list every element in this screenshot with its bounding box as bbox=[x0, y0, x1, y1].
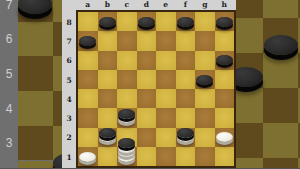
square-f3[interactable] bbox=[176, 108, 196, 127]
rank-label-3: 3 bbox=[62, 114, 76, 123]
file-label-b: b bbox=[105, 0, 110, 10]
rank-label-2: 2 bbox=[62, 133, 76, 142]
square-e6[interactable] bbox=[156, 51, 176, 70]
piece-layer-black bbox=[99, 128, 116, 138]
square-f7[interactable] bbox=[176, 31, 196, 50]
background-square bbox=[298, 123, 300, 158]
square-d7[interactable] bbox=[137, 31, 157, 50]
file-label-d: d bbox=[144, 0, 149, 10]
square-b6[interactable] bbox=[98, 51, 118, 70]
file-label-c: c bbox=[124, 0, 129, 10]
rank-label-6: 6 bbox=[62, 56, 76, 65]
square-g3[interactable] bbox=[195, 108, 215, 127]
background-rank-label: 4 bbox=[0, 102, 18, 116]
square-e3[interactable] bbox=[156, 108, 176, 127]
background-square bbox=[18, 22, 53, 57]
square-b1[interactable] bbox=[98, 147, 118, 166]
rank-label-8: 8 bbox=[62, 17, 76, 26]
background-square bbox=[263, 88, 298, 123]
background-rank-strip: 76543 bbox=[0, 0, 19, 168]
piece-layer-black bbox=[99, 17, 116, 27]
square-b4[interactable] bbox=[98, 89, 118, 108]
square-d4[interactable] bbox=[137, 89, 157, 108]
background-square bbox=[298, 18, 300, 53]
background-rank-label: 7 bbox=[0, 0, 18, 12]
square-f1[interactable] bbox=[176, 147, 196, 166]
rank-label-4: 4 bbox=[62, 94, 76, 103]
square-c7[interactable] bbox=[117, 31, 137, 50]
square-c5[interactable] bbox=[117, 70, 137, 89]
file-labels-strip: abcdefgh bbox=[62, 0, 236, 10]
background-rank-label: 5 bbox=[0, 67, 18, 81]
square-d5[interactable] bbox=[137, 70, 157, 89]
square-f6[interactable] bbox=[176, 51, 196, 70]
square-a8[interactable] bbox=[78, 12, 98, 31]
piece-layer-black bbox=[196, 75, 213, 85]
file-label-a: a bbox=[85, 0, 90, 10]
square-g1[interactable] bbox=[195, 147, 215, 166]
square-a3[interactable] bbox=[78, 108, 98, 127]
square-g8[interactable] bbox=[195, 12, 215, 31]
piece-layer-black bbox=[216, 17, 233, 27]
board-frame bbox=[76, 10, 236, 168]
piece-layer-black bbox=[177, 128, 194, 138]
piece-layer-black bbox=[138, 17, 155, 27]
file-label-e: e bbox=[163, 0, 168, 10]
square-e4[interactable] bbox=[156, 89, 176, 108]
background-square bbox=[263, 53, 298, 88]
background-square bbox=[263, 123, 298, 158]
background-square bbox=[18, 126, 53, 161]
background-square bbox=[298, 158, 300, 168]
square-g7[interactable] bbox=[195, 31, 215, 50]
background-piece-black bbox=[264, 35, 298, 55]
rank-label-7: 7 bbox=[62, 36, 76, 45]
square-h3[interactable] bbox=[215, 108, 235, 127]
square-h1[interactable] bbox=[215, 147, 235, 166]
background-square bbox=[298, 88, 300, 123]
file-label-f: f bbox=[184, 0, 187, 10]
piece-layer-white bbox=[79, 152, 96, 162]
background-square bbox=[263, 158, 298, 168]
square-b3[interactable] bbox=[98, 108, 118, 127]
main-board: abcdefgh 87654321 bbox=[62, 0, 236, 168]
square-g2[interactable] bbox=[195, 128, 215, 147]
square-a5[interactable] bbox=[78, 70, 98, 89]
square-e7[interactable] bbox=[156, 31, 176, 50]
square-d1[interactable] bbox=[137, 147, 157, 166]
square-h7[interactable] bbox=[215, 31, 235, 50]
square-a4[interactable] bbox=[78, 89, 98, 108]
square-c6[interactable] bbox=[117, 51, 137, 70]
square-c8[interactable] bbox=[117, 12, 137, 31]
file-label-h: h bbox=[222, 0, 227, 10]
square-b7[interactable] bbox=[98, 31, 118, 50]
square-e5[interactable] bbox=[156, 70, 176, 89]
square-a6[interactable] bbox=[78, 51, 98, 70]
square-h5[interactable] bbox=[215, 70, 235, 89]
background-rank-label: 3 bbox=[0, 136, 18, 150]
square-a2[interactable] bbox=[78, 128, 98, 147]
background-square bbox=[18, 161, 53, 169]
square-e2[interactable] bbox=[156, 128, 176, 147]
app-canvas: 76543 abcdefgh 87654321 bbox=[0, 0, 300, 168]
background-rank-label: 6 bbox=[0, 32, 18, 46]
background-square bbox=[18, 56, 53, 91]
background-square bbox=[298, 53, 300, 88]
piece-layer-black bbox=[118, 109, 135, 119]
background-square bbox=[298, 0, 300, 18]
square-h4[interactable] bbox=[215, 89, 235, 108]
file-label-g: g bbox=[202, 0, 207, 10]
background-square bbox=[263, 0, 298, 18]
square-e8[interactable] bbox=[156, 12, 176, 31]
background-square bbox=[18, 91, 53, 126]
square-d3[interactable] bbox=[137, 108, 157, 127]
square-b5[interactable] bbox=[98, 70, 118, 89]
square-f5[interactable] bbox=[176, 70, 196, 89]
rank-label-1: 1 bbox=[62, 152, 76, 161]
square-g6[interactable] bbox=[195, 51, 215, 70]
rank-label-5: 5 bbox=[62, 75, 76, 84]
board-grid bbox=[78, 12, 234, 166]
square-e1[interactable] bbox=[156, 147, 176, 166]
square-f4[interactable] bbox=[176, 89, 196, 108]
square-d6[interactable] bbox=[137, 51, 157, 70]
square-c4[interactable] bbox=[117, 89, 137, 108]
square-g4[interactable] bbox=[195, 89, 215, 108]
piece-layer-black bbox=[177, 17, 194, 27]
square-d2[interactable] bbox=[137, 128, 157, 147]
rank-labels-strip: 87654321 bbox=[62, 10, 76, 168]
